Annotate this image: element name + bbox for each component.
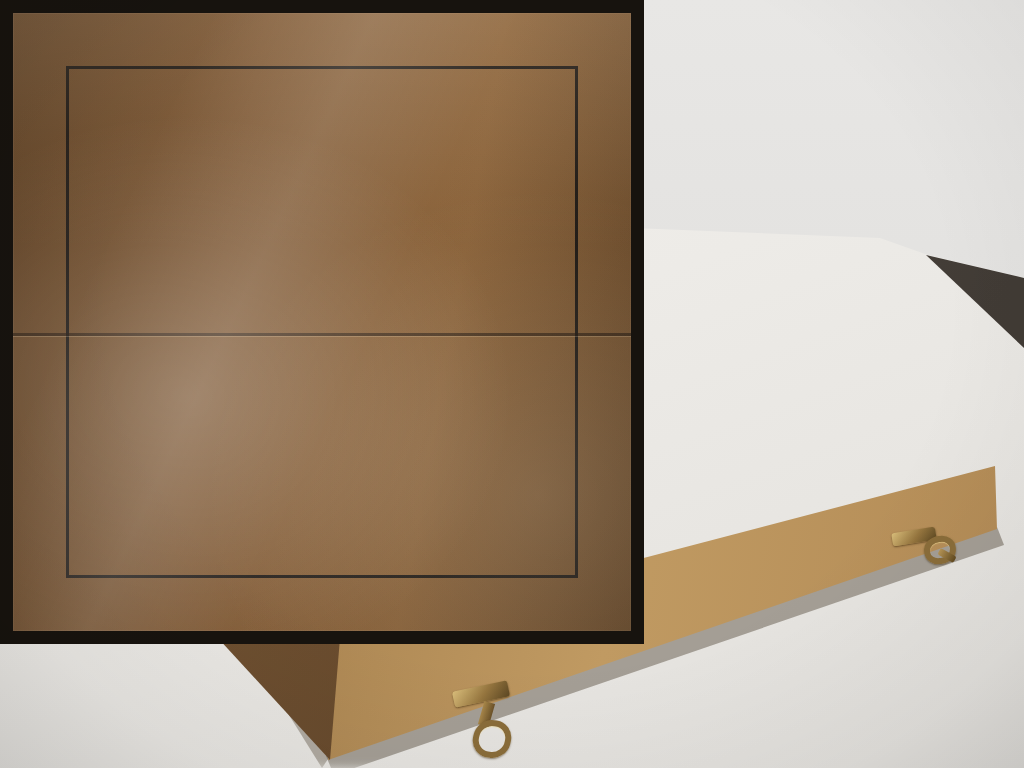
- clasp-plate-icon: [452, 680, 510, 707]
- board-fold-seam: [13, 333, 631, 336]
- brass-clasp-front: [443, 678, 523, 760]
- brass-clasp-right: [888, 522, 962, 574]
- chess-board: [0, 0, 644, 644]
- board-grid: [66, 66, 578, 578]
- scene: [0, 0, 1024, 768]
